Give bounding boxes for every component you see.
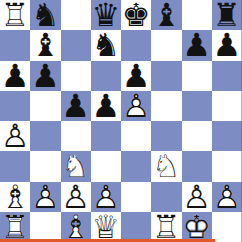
square-c7[interactable] [61, 30, 91, 60]
square-g6[interactable] [182, 61, 212, 91]
square-e4[interactable] [121, 121, 151, 151]
square-e1[interactable] [121, 212, 151, 242]
square-b4[interactable] [30, 121, 60, 151]
square-a8[interactable]: ♜♖ [0, 0, 30, 30]
square-e5[interactable]: ♟♙ [121, 91, 151, 121]
black-pawn[interactable]: ♟ [30, 61, 60, 91]
square-e3[interactable] [121, 151, 151, 181]
square-a7[interactable] [0, 30, 30, 60]
black-pawn[interactable]: ♟ [91, 91, 121, 121]
white-knight[interactable]: ♞♘ [61, 151, 91, 181]
square-a3[interactable] [0, 151, 30, 181]
square-b6[interactable]: ♟ [30, 61, 60, 91]
square-a6[interactable]: ♟ [0, 61, 30, 91]
square-f5[interactable] [151, 91, 181, 121]
black-king[interactable]: ♚ [121, 0, 151, 30]
square-d1[interactable]: ♛♕ [91, 212, 121, 242]
square-h1[interactable] [212, 212, 242, 242]
square-g3[interactable] [182, 151, 212, 181]
square-b2[interactable]: ♟♙ [30, 182, 60, 212]
square-e2[interactable] [121, 182, 151, 212]
white-bishop[interactable]: ♝♗ [61, 212, 91, 242]
black-bishop[interactable]: ♝ [30, 30, 60, 60]
white-pawn[interactable]: ♟♙ [121, 91, 151, 121]
square-h3[interactable] [212, 151, 242, 181]
black-bishop[interactable]: ♝ [151, 0, 181, 30]
square-d3[interactable] [91, 151, 121, 181]
square-c1[interactable]: ♝♗ [61, 212, 91, 242]
white-king[interactable]: ♚♔ [182, 212, 212, 242]
square-b5[interactable] [30, 91, 60, 121]
square-h2[interactable]: ♟♙ [212, 182, 242, 212]
square-d4[interactable] [91, 121, 121, 151]
square-g7[interactable]: ♟ [182, 30, 212, 60]
white-rook[interactable]: ♜♖ [0, 212, 30, 242]
square-h5[interactable] [212, 91, 242, 121]
square-f6[interactable] [151, 61, 181, 91]
square-d7[interactable]: ♞ [91, 30, 121, 60]
square-h7[interactable]: ♟ [212, 30, 242, 60]
square-b1[interactable] [30, 212, 60, 242]
square-g1[interactable]: ♚♔ [182, 212, 212, 242]
black-pawn[interactable]: ♟ [61, 91, 91, 121]
square-b3[interactable] [30, 151, 60, 181]
square-c5[interactable]: ♟ [61, 91, 91, 121]
black-pawn[interactable]: ♟ [212, 30, 242, 60]
square-b7[interactable]: ♝ [30, 30, 60, 60]
square-g5[interactable] [182, 91, 212, 121]
white-pawn[interactable]: ♟♙ [30, 182, 60, 212]
white-rook[interactable]: ♜♖ [0, 0, 30, 30]
board-right-edge [241, 0, 242, 242]
square-h6[interactable] [212, 61, 242, 91]
square-a1[interactable]: ♜♖ [0, 212, 30, 242]
square-c3[interactable]: ♞♘ [61, 151, 91, 181]
square-a4[interactable]: ♟♙ [0, 121, 30, 151]
square-g4[interactable] [182, 121, 212, 151]
square-e7[interactable] [121, 30, 151, 60]
square-e8[interactable]: ♚ [121, 0, 151, 30]
white-rook[interactable]: ♜♖ [151, 212, 181, 242]
square-f7[interactable] [151, 30, 181, 60]
white-pawn[interactable]: ♟♙ [212, 182, 242, 212]
square-c8[interactable] [61, 0, 91, 30]
square-f1[interactable]: ♜♖ [151, 212, 181, 242]
white-knight[interactable]: ♞♘ [151, 151, 181, 181]
square-h4[interactable] [212, 121, 242, 151]
square-f8[interactable]: ♝ [151, 0, 181, 30]
black-knight[interactable]: ♞ [91, 30, 121, 60]
square-f3[interactable]: ♞♘ [151, 151, 181, 181]
black-pawn[interactable]: ♟ [0, 61, 30, 91]
white-pawn[interactable]: ♟♙ [0, 121, 30, 151]
black-pawn[interactable]: ♟ [182, 30, 212, 60]
square-d5[interactable]: ♟ [91, 91, 121, 121]
chess-board: ♜♖♞♛♚♝♜♝♞♟♟♟♟♟♟♟♟♙♟♙♞♘♞♘♝♗♟♙♟♙♟♙♟♙♟♙♜♖♝♗… [0, 0, 242, 242]
chess-board-panel: ♜♖♞♛♚♝♜♝♞♟♟♟♟♟♟♟♟♙♟♙♞♘♞♘♝♗♟♙♟♙♟♙♟♙♟♙♜♖♝♗… [0, 0, 242, 242]
white-queen[interactable]: ♛♕ [91, 212, 121, 242]
